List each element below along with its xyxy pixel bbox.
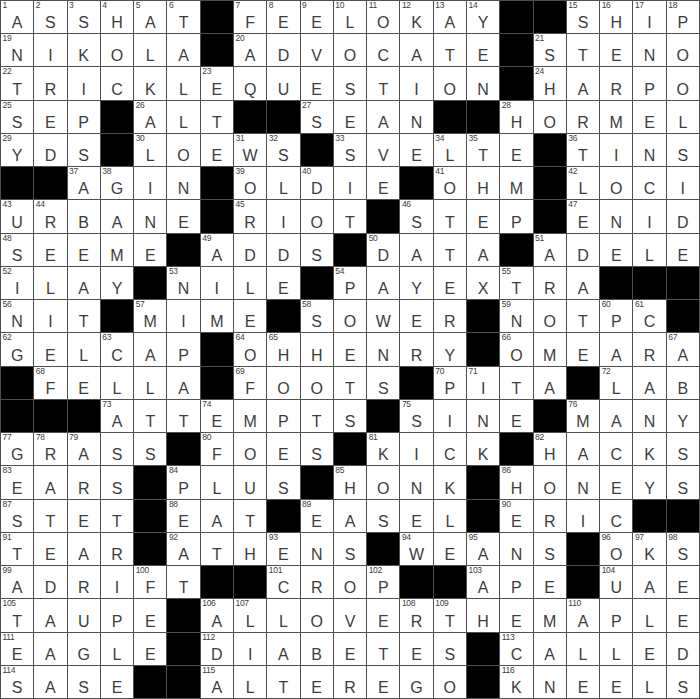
letter-cell[interactable]: 38G [101, 167, 133, 199]
letter-cell[interactable]: O [334, 566, 366, 598]
letter-cell[interactable]: O [534, 101, 566, 133]
letter-cell[interactable]: E [400, 633, 432, 665]
letter-cell[interactable]: 49A [201, 234, 233, 266]
letter-cell[interactable]: I [633, 200, 665, 232]
letter-cell[interactable]: N [301, 533, 333, 565]
letter-cell[interactable]: I [167, 300, 199, 332]
letter-cell[interactable]: E [667, 234, 699, 266]
letter-cell[interactable]: O [600, 167, 632, 199]
letter-cell[interactable]: 27S [301, 101, 333, 133]
letter-cell[interactable]: 31W [234, 134, 266, 166]
letter-cell[interactable]: S [534, 533, 566, 565]
letter-cell[interactable]: B [301, 633, 333, 665]
letter-cell[interactable]: N [633, 134, 665, 166]
letter-cell[interactable]: S [301, 234, 333, 266]
letter-cell[interactable]: O [534, 466, 566, 498]
letter-cell[interactable]: 18P [667, 1, 699, 33]
letter-cell[interactable]: 79A [68, 433, 100, 465]
letter-cell[interactable]: E [134, 599, 166, 631]
letter-cell[interactable]: 108R [400, 599, 432, 631]
letter-cell[interactable]: N [367, 333, 399, 365]
letter-cell[interactable]: H [234, 533, 266, 565]
letter-cell[interactable]: C [600, 433, 632, 465]
letter-cell[interactable]: A [68, 533, 100, 565]
letter-cell[interactable]: E [500, 134, 532, 166]
letter-cell[interactable]: T [167, 400, 199, 432]
letter-cell[interactable]: I [434, 400, 466, 432]
letter-cell[interactable]: O [334, 300, 366, 332]
letter-cell[interactable]: P [68, 101, 100, 133]
letter-cell[interactable]: E [201, 134, 233, 166]
letter-cell[interactable]: E [467, 34, 499, 66]
letter-cell[interactable]: E [334, 101, 366, 133]
letter-cell[interactable]: Y [667, 400, 699, 432]
letter-cell[interactable]: T [367, 67, 399, 99]
letter-cell[interactable]: S [667, 134, 699, 166]
letter-cell[interactable]: 39O [234, 167, 266, 199]
letter-cell[interactable]: 19N [1, 34, 33, 66]
letter-cell[interactable]: Y [434, 333, 466, 365]
letter-cell[interactable]: T [367, 633, 399, 665]
letter-cell[interactable]: U [267, 67, 299, 99]
letter-cell[interactable]: S [667, 466, 699, 498]
letter-cell[interactable]: 52I [1, 267, 33, 299]
letter-cell[interactable]: U [68, 599, 100, 631]
letter-cell[interactable]: 81K [367, 433, 399, 465]
letter-cell[interactable]: O [301, 367, 333, 399]
letter-cell[interactable]: K [134, 67, 166, 99]
letter-cell[interactable]: E [400, 134, 432, 166]
letter-cell[interactable]: 63C [101, 333, 133, 365]
letter-cell[interactable]: Q [234, 67, 266, 99]
letter-cell[interactable]: S [667, 433, 699, 465]
letter-cell[interactable]: L [633, 666, 665, 698]
letter-cell[interactable]: A [101, 200, 133, 232]
letter-cell[interactable]: E [34, 234, 66, 266]
letter-cell[interactable]: E [34, 333, 66, 365]
letter-cell[interactable]: S [101, 433, 133, 465]
letter-cell[interactable]: 40D [301, 167, 333, 199]
letter-cell[interactable]: A [567, 67, 599, 99]
letter-cell[interactable]: 80F [201, 433, 233, 465]
letter-cell[interactable]: 97K [633, 533, 665, 565]
letter-cell[interactable]: N [500, 533, 532, 565]
letter-cell[interactable]: 21S [534, 34, 566, 66]
letter-cell[interactable]: D [667, 633, 699, 665]
letter-cell[interactable]: M [500, 167, 532, 199]
letter-cell[interactable]: E [334, 333, 366, 365]
letter-cell[interactable]: 46S [400, 200, 432, 232]
letter-cell[interactable]: 109T [434, 599, 466, 631]
letter-cell[interactable]: 13A [434, 1, 466, 33]
letter-cell[interactable]: E [134, 633, 166, 665]
letter-cell[interactable]: D [267, 234, 299, 266]
letter-cell[interactable]: E [500, 599, 532, 631]
letter-cell[interactable]: 78R [34, 433, 66, 465]
letter-cell[interactable]: W [367, 300, 399, 332]
letter-cell[interactable]: K [434, 466, 466, 498]
letter-cell[interactable]: I [400, 433, 432, 465]
letter-cell[interactable]: S [334, 67, 366, 99]
letter-cell[interactable]: 53N [167, 267, 199, 299]
letter-cell[interactable]: A [167, 367, 199, 399]
letter-cell[interactable]: E [267, 433, 299, 465]
letter-cell[interactable]: N [633, 34, 665, 66]
letter-cell[interactable]: 50D [367, 234, 399, 266]
letter-cell[interactable]: D [34, 566, 66, 598]
letter-cell[interactable]: E [34, 101, 66, 133]
letter-cell[interactable]: A [367, 267, 399, 299]
letter-cell[interactable]: I [667, 167, 699, 199]
letter-cell[interactable]: A [600, 400, 632, 432]
letter-cell[interactable]: A [34, 466, 66, 498]
letter-cell[interactable]: 1A [1, 1, 33, 33]
letter-cell[interactable]: A [34, 599, 66, 631]
letter-cell[interactable]: P [500, 566, 532, 598]
letter-cell[interactable]: O [101, 34, 133, 66]
letter-cell[interactable]: O [367, 466, 399, 498]
letter-cell[interactable]: N [467, 400, 499, 432]
letter-cell[interactable]: N [400, 466, 432, 498]
letter-cell[interactable]: 115A [201, 666, 233, 698]
letter-cell[interactable]: T [201, 533, 233, 565]
letter-cell[interactable]: L [267, 167, 299, 199]
letter-cell[interactable]: 116K [500, 666, 532, 698]
letter-cell[interactable]: R [400, 333, 432, 365]
letter-cell[interactable]: E [633, 633, 665, 665]
letter-cell[interactable]: 30L [134, 134, 166, 166]
letter-cell[interactable]: 99A [1, 566, 33, 598]
letter-cell[interactable]: P [500, 200, 532, 232]
letter-cell[interactable]: E [234, 300, 266, 332]
letter-cell[interactable]: 15S [567, 1, 599, 33]
letter-cell[interactable]: 37A [68, 167, 100, 199]
letter-cell[interactable]: E [600, 34, 632, 66]
letter-cell[interactable]: 36T [567, 134, 599, 166]
letter-cell[interactable]: N [534, 666, 566, 698]
letter-cell[interactable]: T [567, 300, 599, 332]
letter-cell[interactable]: 17I [633, 1, 665, 33]
letter-cell[interactable]: 45R [234, 200, 266, 232]
letter-cell[interactable]: D [34, 134, 66, 166]
letter-cell[interactable]: C [101, 67, 133, 99]
letter-cell[interactable]: A [367, 101, 399, 133]
letter-cell[interactable]: 16H [600, 1, 632, 33]
letter-cell[interactable]: L [101, 367, 133, 399]
letter-cell[interactable]: 110A [567, 599, 599, 631]
letter-cell[interactable]: 82H [534, 433, 566, 465]
letter-cell[interactable]: A [467, 234, 499, 266]
letter-cell[interactable]: E [434, 533, 466, 565]
letter-cell[interactable]: 10L [334, 1, 366, 33]
letter-cell[interactable]: 56N [1, 300, 33, 332]
letter-cell[interactable]: 105T [1, 599, 33, 631]
letter-cell[interactable]: T [201, 101, 233, 133]
letter-cell[interactable]: 104U [600, 566, 632, 598]
letter-cell[interactable]: E [68, 234, 100, 266]
letter-cell[interactable]: R [301, 566, 333, 598]
letter-cell[interactable]: M [201, 300, 233, 332]
letter-cell[interactable]: A [134, 333, 166, 365]
letter-cell[interactable]: A [633, 367, 665, 399]
letter-cell[interactable]: E [367, 599, 399, 631]
letter-cell[interactable]: E [167, 200, 199, 232]
letter-cell[interactable]: V [367, 134, 399, 166]
letter-cell[interactable]: 25S [1, 101, 33, 133]
letter-cell[interactable]: 23E [201, 67, 233, 99]
letter-cell[interactable]: R [334, 666, 366, 698]
letter-cell[interactable]: 57M [134, 300, 166, 332]
letter-cell[interactable]: 88E [167, 500, 199, 532]
letter-cell[interactable]: 43U [1, 200, 33, 232]
letter-cell[interactable]: T [267, 666, 299, 698]
letter-cell[interactable]: A [400, 34, 432, 66]
letter-cell[interactable]: I [101, 566, 133, 598]
letter-cell[interactable]: 34L [434, 134, 466, 166]
letter-cell[interactable]: R [534, 500, 566, 532]
letter-cell[interactable]: Y [633, 466, 665, 498]
letter-cell[interactable]: R [34, 67, 66, 99]
letter-cell[interactable]: A [567, 267, 599, 299]
letter-cell[interactable]: I [267, 200, 299, 232]
letter-cell[interactable]: E [467, 200, 499, 232]
letter-cell[interactable]: L [134, 367, 166, 399]
letter-cell[interactable]: T [34, 500, 66, 532]
letter-cell[interactable]: T [500, 367, 532, 399]
letter-cell[interactable]: I [234, 633, 266, 665]
letter-cell[interactable]: E [400, 500, 432, 532]
letter-cell[interactable]: 11O [367, 1, 399, 33]
letter-cell[interactable]: 84P [167, 466, 199, 498]
letter-cell[interactable]: 44R [34, 200, 66, 232]
letter-cell[interactable]: P [267, 400, 299, 432]
letter-cell[interactable]: S [434, 633, 466, 665]
letter-cell[interactable]: S [68, 666, 100, 698]
letter-cell[interactable]: 41O [434, 167, 466, 199]
letter-cell[interactable]: L [267, 599, 299, 631]
letter-cell[interactable]: S [334, 400, 366, 432]
letter-cell[interactable]: 9E [301, 1, 333, 33]
letter-cell[interactable]: 35T [467, 134, 499, 166]
letter-cell[interactable]: 66O [500, 333, 532, 365]
letter-cell[interactable]: 89E [301, 500, 333, 532]
letter-cell[interactable]: R [567, 101, 599, 133]
letter-cell[interactable]: 8E [267, 1, 299, 33]
letter-cell[interactable]: T [301, 400, 333, 432]
letter-cell[interactable]: B [667, 367, 699, 399]
letter-cell[interactable]: E [134, 234, 166, 266]
letter-cell[interactable]: 107L [234, 599, 266, 631]
letter-cell[interactable]: T [134, 400, 166, 432]
letter-cell[interactable]: 59N [500, 300, 532, 332]
letter-cell[interactable]: 112D [201, 633, 233, 665]
letter-cell[interactable]: L [567, 633, 599, 665]
letter-cell[interactable]: L [101, 633, 133, 665]
letter-cell[interactable]: 55T [500, 267, 532, 299]
letter-cell[interactable]: E [567, 333, 599, 365]
letter-cell[interactable]: 3S [68, 1, 100, 33]
letter-cell[interactable]: D [234, 234, 266, 266]
letter-cell[interactable]: S [367, 500, 399, 532]
letter-cell[interactable]: L [234, 666, 266, 698]
letter-cell[interactable]: N [467, 67, 499, 99]
letter-cell[interactable]: L [434, 500, 466, 532]
letter-cell[interactable]: 85H [334, 466, 366, 498]
letter-cell[interactable]: K [467, 433, 499, 465]
letter-cell[interactable]: R [68, 466, 100, 498]
letter-cell[interactable]: A [600, 333, 632, 365]
letter-cell[interactable]: 96O [600, 533, 632, 565]
letter-cell[interactable]: O [434, 666, 466, 698]
letter-cell[interactable]: 94W [400, 533, 432, 565]
letter-cell[interactable]: T [234, 500, 266, 532]
letter-cell[interactable]: 91T [1, 533, 33, 565]
letter-cell[interactable]: 102P [367, 566, 399, 598]
letter-cell[interactable]: M [534, 599, 566, 631]
letter-cell[interactable]: T [334, 200, 366, 232]
letter-cell[interactable]: E [367, 666, 399, 698]
letter-cell[interactable]: O [267, 367, 299, 399]
letter-cell[interactable]: E [267, 267, 299, 299]
letter-cell[interactable]: O [434, 67, 466, 99]
letter-cell[interactable]: P [633, 67, 665, 99]
letter-cell[interactable]: 90E [500, 500, 532, 532]
letter-cell[interactable]: I [567, 500, 599, 532]
letter-cell[interactable]: E [534, 566, 566, 598]
letter-cell[interactable]: G [68, 633, 100, 665]
letter-cell[interactable]: 106A [201, 599, 233, 631]
letter-cell[interactable]: T [167, 566, 199, 598]
letter-cell[interactable]: E [667, 566, 699, 598]
letter-cell[interactable]: E [500, 400, 532, 432]
letter-cell[interactable]: 5A [134, 1, 166, 33]
letter-cell[interactable]: V [334, 599, 366, 631]
letter-cell[interactable]: 74E [201, 400, 233, 432]
letter-cell[interactable]: 4H [101, 1, 133, 33]
letter-cell[interactable]: A [534, 367, 566, 399]
letter-cell[interactable]: 73A [101, 400, 133, 432]
letter-cell[interactable]: 6T [167, 1, 199, 33]
letter-cell[interactable]: 83E [1, 466, 33, 498]
letter-cell[interactable]: L [167, 101, 199, 133]
letter-cell[interactable]: 48S [1, 234, 33, 266]
letter-cell[interactable]: E [334, 633, 366, 665]
letter-cell[interactable]: I [34, 34, 66, 66]
letter-cell[interactable]: C [600, 500, 632, 532]
letter-cell[interactable]: C [434, 433, 466, 465]
letter-cell[interactable]: N [400, 101, 432, 133]
letter-cell[interactable]: 93E [267, 533, 299, 565]
letter-cell[interactable]: K [633, 433, 665, 465]
letter-cell[interactable]: A [334, 500, 366, 532]
letter-cell[interactable]: 14Y [467, 1, 499, 33]
letter-cell[interactable]: E [600, 666, 632, 698]
letter-cell[interactable]: I [334, 167, 366, 199]
letter-cell[interactable]: L [167, 67, 199, 99]
letter-cell[interactable]: L [667, 101, 699, 133]
letter-cell[interactable]: I [34, 300, 66, 332]
letter-cell[interactable]: R [101, 533, 133, 565]
letter-cell[interactable]: N [134, 200, 166, 232]
letter-cell[interactable]: 68F [34, 367, 66, 399]
letter-cell[interactable]: 7F [234, 1, 266, 33]
letter-cell[interactable]: O [334, 34, 366, 66]
letter-cell[interactable]: E [101, 666, 133, 698]
letter-cell[interactable]: B [68, 200, 100, 232]
letter-cell[interactable]: E [68, 500, 100, 532]
letter-cell[interactable]: O [667, 67, 699, 99]
letter-cell[interactable]: 75S [400, 400, 432, 432]
letter-cell[interactable]: L [633, 599, 665, 631]
letter-cell[interactable]: E [34, 533, 66, 565]
letter-cell[interactable]: N [600, 200, 632, 232]
letter-cell[interactable]: 100F [134, 566, 166, 598]
letter-cell[interactable]: 72L [600, 367, 632, 399]
letter-cell[interactable]: 113C [500, 633, 532, 665]
letter-cell[interactable]: 33S [334, 134, 366, 166]
letter-cell[interactable]: R [68, 566, 100, 598]
letter-cell[interactable]: E [301, 666, 333, 698]
letter-cell[interactable]: O [167, 134, 199, 166]
letter-cell[interactable]: L [600, 633, 632, 665]
letter-cell[interactable]: N [633, 400, 665, 432]
letter-cell[interactable]: 87S [1, 500, 33, 532]
letter-cell[interactable]: H [301, 333, 333, 365]
letter-cell[interactable]: I [201, 267, 233, 299]
letter-cell[interactable]: X [467, 267, 499, 299]
letter-cell[interactable]: 101C [267, 566, 299, 598]
letter-cell[interactable]: T [334, 367, 366, 399]
letter-cell[interactable]: T [68, 300, 100, 332]
letter-cell[interactable]: P [600, 599, 632, 631]
letter-cell[interactable]: L [633, 234, 665, 266]
letter-cell[interactable]: O [534, 300, 566, 332]
letter-cell[interactable]: V [301, 34, 333, 66]
letter-cell[interactable]: 28H [500, 101, 532, 133]
letter-cell[interactable]: 51A [534, 234, 566, 266]
letter-cell[interactable]: Y [400, 267, 432, 299]
letter-cell[interactable]: R [633, 333, 665, 365]
letter-cell[interactable]: M [534, 333, 566, 365]
letter-cell[interactable]: 92A [167, 533, 199, 565]
letter-cell[interactable]: U [234, 466, 266, 498]
letter-cell[interactable]: E [367, 167, 399, 199]
letter-cell[interactable]: E [600, 234, 632, 266]
letter-cell[interactable]: I [400, 67, 432, 99]
letter-cell[interactable]: T [434, 234, 466, 266]
letter-cell[interactable]: D [267, 34, 299, 66]
letter-cell[interactable]: 61C [633, 300, 665, 332]
letter-cell[interactable]: 12K [400, 1, 432, 33]
letter-cell[interactable]: E [434, 267, 466, 299]
letter-cell[interactable]: R [534, 267, 566, 299]
letter-cell[interactable]: S [134, 433, 166, 465]
letter-cell[interactable]: 54P [334, 267, 366, 299]
letter-cell[interactable]: 47E [567, 200, 599, 232]
letter-cell[interactable]: S [301, 433, 333, 465]
letter-cell[interactable]: 32S [267, 134, 299, 166]
letter-cell[interactable]: I [600, 134, 632, 166]
letter-cell[interactable]: Y [101, 267, 133, 299]
letter-cell[interactable]: 26A [134, 101, 166, 133]
letter-cell[interactable]: M [234, 400, 266, 432]
letter-cell[interactable]: E [667, 599, 699, 631]
letter-cell[interactable]: C [367, 34, 399, 66]
letter-cell[interactable]: O [301, 599, 333, 631]
letter-cell[interactable]: S [68, 134, 100, 166]
letter-cell[interactable]: 111E [1, 633, 33, 665]
letter-cell[interactable]: 20A [234, 34, 266, 66]
